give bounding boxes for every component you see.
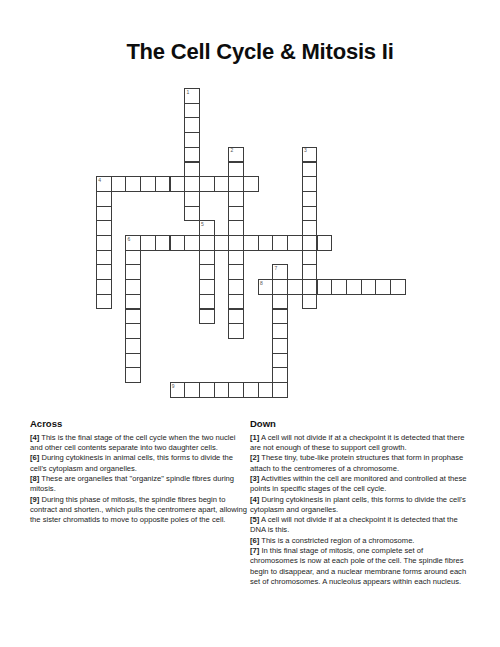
crossword-grid: 123456789	[96, 88, 406, 398]
down-clue-6: [6] This is a constricted region of a ch…	[250, 536, 471, 546]
grid-cell-r20c12[interactable]	[272, 382, 288, 398]
grid-cell-r10c6[interactable]	[184, 235, 200, 251]
grid-cell-r10c11[interactable]	[258, 235, 274, 251]
grid-cell-r12c14[interactable]	[302, 264, 318, 280]
clue-number-label: [6]	[250, 536, 259, 545]
grid-cell-r15c12[interactable]	[272, 309, 288, 325]
grid-cell-r13c16[interactable]	[331, 279, 347, 295]
grid-cell-r13c9[interactable]	[228, 279, 244, 295]
grid-cell-r4c9[interactable]: 2	[228, 147, 244, 163]
grid-cell-r8c14[interactable]	[302, 206, 318, 222]
grid-cell-r13c14[interactable]	[302, 279, 318, 295]
grid-cell-r10c10[interactable]	[243, 235, 259, 251]
down-clue-3: [3] Activities within the cell are monit…	[250, 474, 471, 495]
grid-cell-r14c0[interactable]	[96, 294, 112, 310]
grid-cell-r8c6[interactable]	[184, 206, 200, 222]
grid-cell-r4c6[interactable]	[184, 147, 200, 163]
grid-cell-r13c13[interactable]	[287, 279, 303, 295]
grid-cell-r7c0[interactable]	[96, 191, 112, 207]
grid-cell-r20c9[interactable]	[228, 382, 244, 398]
clue-number: 8	[260, 281, 263, 286]
grid-cell-r13c15[interactable]	[317, 279, 333, 295]
grid-cell-r12c9[interactable]	[228, 264, 244, 280]
grid-cell-r9c9[interactable]	[228, 220, 244, 236]
grid-cell-r6c0[interactable]: 4	[96, 176, 112, 192]
grid-cell-r12c7[interactable]	[199, 264, 215, 280]
down-clue-1: [1] A cell will not divide if at a check…	[250, 433, 471, 454]
grid-cell-r20c11[interactable]	[258, 382, 274, 398]
across-clue-list: [4] This is the final stage of the cell …	[30, 433, 249, 526]
across-header: Across	[30, 419, 249, 429]
across-clue-9: [9] During this phase of mitosis, the sp…	[30, 495, 249, 526]
grid-cell-r12c12[interactable]: 7	[272, 264, 288, 280]
grid-cell-r8c0[interactable]	[96, 206, 112, 222]
clue-number: 4	[98, 178, 101, 183]
grid-cell-r12c2[interactable]	[125, 264, 141, 280]
grid-cell-r6c6[interactable]	[184, 176, 200, 192]
grid-cell-r10c4[interactable]	[155, 235, 171, 251]
grid-cell-r13c18[interactable]	[361, 279, 377, 295]
grid-cell-r6c4[interactable]	[155, 176, 171, 192]
grid-cell-r13c19[interactable]	[375, 279, 391, 295]
grid-cell-r10c2[interactable]: 6	[125, 235, 141, 251]
clue-number: 1	[186, 90, 189, 95]
down-header: Down	[250, 419, 471, 429]
grid-cell-r20c7[interactable]	[199, 382, 215, 398]
grid-cell-r6c3[interactable]	[140, 176, 156, 192]
grid-cell-r6c2[interactable]	[125, 176, 141, 192]
down-clue-7: [7] In this final stage of mitosis, one …	[250, 546, 471, 587]
grid-cell-r20c10[interactable]	[243, 382, 259, 398]
grid-cell-r10c12[interactable]	[272, 235, 288, 251]
down-clue-5: [5] A cell will not divide if at a check…	[250, 515, 471, 536]
grid-cell-r10c14[interactable]	[302, 235, 318, 251]
grid-cell-r10c0[interactable]	[96, 235, 112, 251]
grid-cell-r16c9[interactable]	[228, 323, 244, 339]
grid-cell-r13c17[interactable]	[346, 279, 362, 295]
clue-number: 2	[230, 148, 233, 153]
across-clues-section: Across [4] This is the final stage of th…	[30, 419, 249, 525]
grid-cell-r14c9[interactable]	[228, 294, 244, 310]
grid-cell-r3c6[interactable]	[184, 132, 200, 148]
grid-cell-r15c2[interactable]	[125, 309, 141, 325]
clue-number-label: [5]	[250, 515, 259, 524]
across-clue-8: [8] These are organelles that "organize"…	[30, 474, 249, 495]
grid-cell-r0c6[interactable]: 1	[184, 88, 200, 104]
clue-number-label: [7]	[250, 546, 259, 555]
grid-cell-r5c6[interactable]	[184, 162, 200, 178]
down-clues-section: Down [1] A cell will not divide if at a …	[250, 419, 471, 587]
grid-cell-r2c6[interactable]	[184, 117, 200, 133]
grid-cell-r9c0[interactable]	[96, 220, 112, 236]
grid-cell-r7c6[interactable]	[184, 191, 200, 207]
grid-cell-r6c9[interactable]	[228, 176, 244, 192]
grid-cell-r11c9[interactable]	[228, 250, 244, 266]
grid-cell-r13c12[interactable]	[272, 279, 288, 295]
grid-cell-r10c15[interactable]	[317, 235, 333, 251]
grid-cell-r15c7[interactable]	[199, 309, 215, 325]
grid-cell-r11c14[interactable]	[302, 250, 318, 266]
clue-number-label: [2]	[250, 453, 259, 462]
across-clue-4: [4] This is the final stage of the cell …	[30, 433, 249, 454]
grid-cell-r13c0[interactable]	[96, 279, 112, 295]
grid-cell-r13c2[interactable]	[125, 279, 141, 295]
grid-cell-r17c2[interactable]	[125, 338, 141, 354]
grid-cell-r10c8[interactable]	[214, 235, 230, 251]
clue-number-label: [6]	[30, 453, 39, 462]
grid-cell-r10c3[interactable]	[140, 235, 156, 251]
grid-cell-r11c7[interactable]	[199, 250, 215, 266]
grid-cell-r6c8[interactable]	[214, 176, 230, 192]
grid-cell-r13c11[interactable]: 8	[258, 279, 274, 295]
clue-number: 6	[128, 237, 131, 242]
clue-number-label: [1]	[250, 433, 259, 442]
grid-cell-r20c5[interactable]: 9	[170, 382, 186, 398]
grid-cell-r10c9[interactable]	[228, 235, 244, 251]
grid-cell-r6c5[interactable]	[170, 176, 186, 192]
across-clue-6: [6] During cytokinesis in animal cells, …	[30, 453, 249, 474]
grid-cell-r6c1[interactable]	[111, 176, 127, 192]
down-clue-4: [4] During cytokinesis in plant cells, t…	[250, 495, 471, 516]
grid-cell-r15c9[interactable]	[228, 309, 244, 325]
grid-cell-r11c0[interactable]	[96, 250, 112, 266]
clue-number: 9	[172, 384, 175, 389]
grid-cell-r5c14[interactable]	[302, 162, 318, 178]
grid-cell-r20c8[interactable]	[214, 382, 230, 398]
down-clue-list: [1] A cell will not divide if at a check…	[250, 433, 471, 587]
grid-cell-r14c2[interactable]	[125, 294, 141, 310]
grid-cell-r13c7[interactable]	[199, 279, 215, 295]
clue-number-label: [9]	[30, 495, 39, 504]
grid-cell-r20c6[interactable]	[184, 382, 200, 398]
grid-cell-r7c9[interactable]	[228, 191, 244, 207]
grid-cell-r6c7[interactable]	[199, 176, 215, 192]
grid-cell-r14c12[interactable]	[272, 294, 288, 310]
grid-cell-r12c0[interactable]	[96, 264, 112, 280]
grid-cell-r16c2[interactable]	[125, 323, 141, 339]
grid-cell-r18c12[interactable]	[272, 353, 288, 369]
grid-cell-r17c12[interactable]	[272, 338, 288, 354]
grid-cell-r16c12[interactable]	[272, 323, 288, 339]
grid-cell-r5c9[interactable]	[228, 162, 244, 178]
grid-cell-r8c9[interactable]	[228, 206, 244, 222]
clue-number-label: [4]	[250, 495, 259, 504]
grid-cell-r9c7[interactable]: 5	[199, 220, 215, 236]
grid-cell-r19c12[interactable]	[272, 367, 288, 383]
clue-number: 7	[275, 266, 278, 271]
grid-cell-r13c20[interactable]	[390, 279, 406, 295]
grid-cell-r10c7[interactable]	[199, 235, 215, 251]
clue-number: 5	[201, 222, 204, 227]
grid-cell-r1c6[interactable]	[184, 103, 200, 119]
grid-cell-r9c14[interactable]	[302, 220, 318, 236]
grid-cell-r19c2[interactable]	[125, 367, 141, 383]
grid-cell-r6c10[interactable]	[243, 176, 259, 192]
grid-cell-r7c14[interactable]	[302, 191, 318, 207]
clue-number: 3	[304, 148, 307, 153]
grid-cell-r18c2[interactable]	[125, 353, 141, 369]
clue-number-label: [8]	[30, 474, 39, 483]
clue-number-label: [3]	[250, 474, 259, 483]
grid-cell-r10c13[interactable]	[287, 235, 303, 251]
grid-cell-r10c5[interactable]	[170, 235, 186, 251]
grid-cell-r14c14[interactable]	[302, 294, 318, 310]
grid-cell-r4c14[interactable]: 3	[302, 147, 318, 163]
clue-number-label: [4]	[30, 433, 39, 442]
grid-cell-r11c2[interactable]	[125, 250, 141, 266]
grid-cell-r6c14[interactable]	[302, 176, 318, 192]
puzzle-title: The Cell Cycle & Mitosis Ii	[20, 39, 500, 65]
grid-cell-r14c7[interactable]	[199, 294, 215, 310]
down-clue-2: [2] These tiny, tube-like protein struct…	[250, 453, 471, 474]
